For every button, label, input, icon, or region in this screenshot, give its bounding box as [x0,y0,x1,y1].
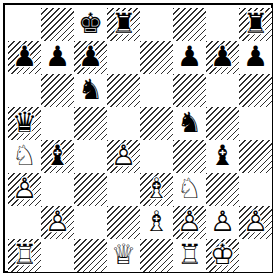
square-f8[interactable] [173,8,206,41]
piece-halo: ♟ [239,42,272,70]
piece-glyph: ♗ [140,207,173,235]
square-c4[interactable] [74,140,107,173]
square-g5[interactable] [206,107,239,140]
square-h8[interactable]: ♜♜ [239,8,272,41]
piece-white-pawn-icon: ♟♙ [239,206,272,239]
piece-halo: ♜ [239,9,272,37]
piece-glyph: ♘ [173,174,206,202]
piece-halo: ♚ [74,9,107,37]
piece-glyph: ♙ [239,207,272,235]
square-e1[interactable] [140,239,173,272]
piece-glyph: ♙ [173,207,206,235]
piece-black-bishop-icon: ♝♝ [206,140,239,173]
piece-glyph: ♙ [8,174,41,202]
square-d4[interactable]: ♟♙ [107,140,140,173]
piece-halo: ♛ [107,240,140,268]
piece-white-rook-icon: ♜♖ [173,239,206,272]
square-b1[interactable] [41,239,74,272]
square-b8[interactable] [41,8,74,41]
piece-glyph: ♛ [8,108,41,136]
piece-black-bishop-icon: ♝♝ [41,140,74,173]
square-f5[interactable]: ♞♞ [173,107,206,140]
square-d1[interactable]: ♛♕ [107,239,140,272]
piece-glyph: ♖ [173,240,206,268]
piece-halo: ♟ [41,42,74,70]
piece-glyph: ♞ [74,75,107,103]
square-c6[interactable]: ♞♞ [74,74,107,107]
piece-halo: ♞ [173,108,206,136]
piece-halo: ♚ [206,240,239,268]
square-h2[interactable]: ♟♙ [239,206,272,239]
piece-glyph: ♙ [41,207,74,235]
piece-halo: ♞ [173,174,206,202]
piece-white-rook-icon: ♜♖ [8,239,41,272]
piece-glyph: ♟ [173,42,206,70]
piece-white-bishop-icon: ♝♗ [140,173,173,206]
piece-glyph: ♙ [107,141,140,169]
piece-black-pawn-icon: ♟♟ [41,41,74,74]
square-e3[interactable]: ♝♗ [140,173,173,206]
square-b6[interactable] [41,74,74,107]
piece-white-pawn-icon: ♟♙ [173,206,206,239]
piece-black-knight-icon: ♞♞ [74,74,107,107]
piece-glyph: ♜ [107,9,140,37]
piece-white-queen-icon: ♛♕ [107,239,140,272]
piece-halo: ♟ [41,207,74,235]
square-h5[interactable] [239,107,272,140]
piece-halo: ♜ [8,240,41,268]
square-c5[interactable] [74,107,107,140]
piece-black-pawn-icon: ♟♟ [239,41,272,74]
piece-glyph: ♟ [8,42,41,70]
square-d7[interactable] [107,41,140,74]
piece-white-pawn-icon: ♟♙ [206,206,239,239]
piece-black-queen-icon: ♛♛ [8,107,41,140]
piece-halo: ♟ [107,141,140,169]
square-h6[interactable] [239,74,272,107]
piece-glyph: ♝ [41,141,74,169]
piece-glyph: ♖ [8,240,41,268]
piece-white-pawn-icon: ♟♙ [8,173,41,206]
chess-diagram: ♚♚♜♜♜♜♟♟♟♟♟♟♟♟♟♟♟♟♞♞♛♛♞♞♞♘♝♝♟♙♝♝♟♙♝♗♞♘♟♙… [0,0,280,280]
piece-white-king-icon: ♚♔ [206,239,239,272]
piece-black-rook-icon: ♜♜ [239,8,272,41]
piece-halo: ♟ [8,174,41,202]
piece-glyph: ♙ [206,207,239,235]
piece-black-pawn-icon: ♟♟ [74,41,107,74]
piece-halo: ♜ [173,240,206,268]
piece-halo: ♞ [74,75,107,103]
piece-glyph: ♘ [8,141,41,169]
piece-halo: ♞ [8,141,41,169]
square-d6[interactable] [107,74,140,107]
square-b5[interactable] [41,107,74,140]
square-d8[interactable]: ♜♜ [107,8,140,41]
square-a1[interactable]: ♜♖ [8,239,41,272]
square-f3[interactable]: ♞♘ [173,173,206,206]
square-f4[interactable] [173,140,206,173]
square-g4[interactable]: ♝♝ [206,140,239,173]
square-a3[interactable]: ♟♙ [8,173,41,206]
piece-halo: ♝ [140,174,173,202]
piece-glyph: ♚ [74,9,107,37]
square-a5[interactable]: ♛♛ [8,107,41,140]
piece-halo: ♟ [173,42,206,70]
square-d2[interactable] [107,206,140,239]
square-b7[interactable]: ♟♟ [41,41,74,74]
square-g6[interactable] [206,74,239,107]
square-f6[interactable] [173,74,206,107]
piece-glyph: ♝ [206,141,239,169]
square-f1[interactable]: ♜♖ [173,239,206,272]
piece-black-pawn-icon: ♟♟ [206,41,239,74]
piece-halo: ♟ [173,207,206,235]
square-e6[interactable] [140,74,173,107]
piece-halo: ♝ [206,141,239,169]
piece-halo: ♝ [41,141,74,169]
piece-black-pawn-icon: ♟♟ [8,41,41,74]
square-a7[interactable]: ♟♟ [8,41,41,74]
square-c1[interactable] [74,239,107,272]
piece-white-bishop-icon: ♝♗ [140,206,173,239]
piece-black-king-icon: ♚♚ [74,8,107,41]
square-e8[interactable] [140,8,173,41]
square-d5[interactable] [107,107,140,140]
square-f2[interactable]: ♟♙ [173,206,206,239]
square-a2[interactable] [8,206,41,239]
square-c3[interactable] [74,173,107,206]
square-e7[interactable] [140,41,173,74]
piece-glyph: ♟ [206,42,239,70]
piece-halo: ♛ [8,108,41,136]
square-b4[interactable]: ♝♝ [41,140,74,173]
piece-glyph: ♞ [173,108,206,136]
square-h7[interactable]: ♟♟ [239,41,272,74]
square-g1[interactable]: ♚♔ [206,239,239,272]
piece-white-knight-icon: ♞♘ [8,140,41,173]
square-b2[interactable]: ♟♙ [41,206,74,239]
square-a8[interactable] [8,8,41,41]
piece-halo: ♜ [107,9,140,37]
square-h3[interactable] [239,173,272,206]
square-a4[interactable]: ♞♘ [8,140,41,173]
piece-halo: ♟ [8,42,41,70]
square-c8[interactable]: ♚♚ [74,8,107,41]
piece-white-pawn-icon: ♟♙ [41,206,74,239]
piece-black-knight-icon: ♞♞ [173,107,206,140]
square-g3[interactable] [206,173,239,206]
chessboard: ♚♚♜♜♜♜♟♟♟♟♟♟♟♟♟♟♟♟♞♞♛♛♞♞♞♘♝♝♟♙♝♝♟♙♝♗♞♘♟♙… [8,8,272,272]
piece-black-pawn-icon: ♟♟ [173,41,206,74]
square-b3[interactable] [41,173,74,206]
square-h1[interactable] [239,239,272,272]
square-c2[interactable] [74,206,107,239]
square-g2[interactable]: ♟♙ [206,206,239,239]
piece-black-rook-icon: ♜♜ [107,8,140,41]
piece-halo: ♝ [140,207,173,235]
square-c7[interactable]: ♟♟ [74,41,107,74]
piece-glyph: ♔ [206,240,239,268]
piece-halo: ♟ [74,42,107,70]
piece-glyph: ♗ [140,174,173,202]
piece-halo: ♟ [206,207,239,235]
square-g8[interactable] [206,8,239,41]
piece-glyph: ♕ [107,240,140,268]
square-e4[interactable] [140,140,173,173]
piece-glyph: ♜ [239,9,272,37]
piece-glyph: ♟ [239,42,272,70]
piece-halo: ♟ [239,207,272,235]
square-h4[interactable] [239,140,272,173]
piece-white-pawn-icon: ♟♙ [107,140,140,173]
square-g7[interactable]: ♟♟ [206,41,239,74]
piece-glyph: ♟ [41,42,74,70]
piece-halo: ♟ [206,42,239,70]
square-a6[interactable] [8,74,41,107]
square-d3[interactable] [107,173,140,206]
square-f7[interactable]: ♟♟ [173,41,206,74]
piece-glyph: ♟ [74,42,107,70]
square-e5[interactable] [140,107,173,140]
piece-white-knight-icon: ♞♘ [173,173,206,206]
square-e2[interactable]: ♝♗ [140,206,173,239]
